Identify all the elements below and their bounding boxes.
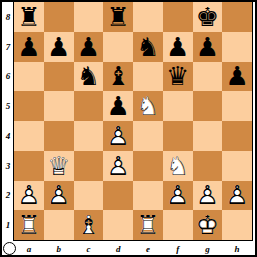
white-knight: ♞♘ <box>163 151 193 181</box>
square-b4[interactable] <box>44 121 74 151</box>
square-f5[interactable] <box>163 91 193 121</box>
file-label-f: f <box>163 242 193 256</box>
square-d8[interactable]: ♜ <box>103 2 133 32</box>
black-queen: ♛ <box>163 62 193 92</box>
square-g2[interactable]: ♟♙ <box>193 181 223 211</box>
square-b6[interactable] <box>44 62 74 92</box>
white-pawn: ♟♙ <box>103 151 133 181</box>
black-pawn: ♟ <box>44 32 74 62</box>
square-d4[interactable]: ♟♙ <box>103 121 133 151</box>
square-b2[interactable]: ♟♙ <box>44 181 74 211</box>
black-rook: ♜ <box>14 2 44 32</box>
square-g3[interactable] <box>193 151 223 181</box>
square-g1[interactable]: ♚♔ <box>193 210 223 240</box>
black-knight: ♞ <box>133 32 163 62</box>
square-h6[interactable]: ♟ <box>222 62 252 92</box>
square-h7[interactable] <box>222 32 252 62</box>
square-b7[interactable]: ♟ <box>44 32 74 62</box>
square-h2[interactable]: ♟♙ <box>222 181 252 211</box>
square-e8[interactable] <box>133 2 163 32</box>
square-g5[interactable] <box>193 91 223 121</box>
square-b8[interactable] <box>44 2 74 32</box>
square-d2[interactable] <box>103 181 133 211</box>
square-d1[interactable] <box>103 210 133 240</box>
square-b5[interactable] <box>44 91 74 121</box>
square-e5[interactable]: ♞♘ <box>133 91 163 121</box>
white-knight: ♞♘ <box>133 91 163 121</box>
square-a7[interactable]: ♟ <box>14 32 44 62</box>
square-f3[interactable]: ♞♘ <box>163 151 193 181</box>
file-labels: a b c d e f g h <box>14 242 252 256</box>
white-pawn: ♟♙ <box>193 181 223 211</box>
black-pawn: ♟ <box>222 62 252 92</box>
black-rook: ♜ <box>103 2 133 32</box>
square-a4[interactable] <box>14 121 44 151</box>
square-c2[interactable] <box>74 181 104 211</box>
square-h4[interactable] <box>222 121 252 151</box>
square-c8[interactable] <box>74 2 104 32</box>
white-pawn: ♟♙ <box>44 181 74 211</box>
square-c7[interactable]: ♟ <box>74 32 104 62</box>
square-e4[interactable] <box>133 121 163 151</box>
black-pawn: ♟ <box>103 91 133 121</box>
file-label-e: e <box>133 242 163 256</box>
square-b1[interactable] <box>44 210 74 240</box>
square-g8[interactable]: ♚ <box>193 2 223 32</box>
square-f7[interactable]: ♟ <box>163 32 193 62</box>
square-a2[interactable]: ♟♙ <box>14 181 44 211</box>
square-c4[interactable] <box>74 121 104 151</box>
black-pawn: ♟ <box>163 32 193 62</box>
square-c3[interactable] <box>74 151 104 181</box>
square-d7[interactable] <box>103 32 133 62</box>
square-h5[interactable] <box>222 91 252 121</box>
square-a1[interactable]: ♜♖ <box>14 210 44 240</box>
white-pawn: ♟♙ <box>103 121 133 151</box>
chess-board: ♜♜♚♟♟♟♞♟♟♞♝♛♟♟♞♘♟♙♛♕♟♙♞♘♟♙♟♙♟♙♟♙♟♙♜♖♝♗♜♖… <box>13 1 253 241</box>
square-h3[interactable] <box>222 151 252 181</box>
square-e7[interactable]: ♞ <box>133 32 163 62</box>
square-h8[interactable] <box>222 2 252 32</box>
square-g4[interactable] <box>193 121 223 151</box>
black-king: ♚ <box>193 2 223 32</box>
file-label-g: g <box>193 242 223 256</box>
white-rook: ♜♖ <box>14 210 44 240</box>
square-b3[interactable]: ♛♕ <box>44 151 74 181</box>
white-pawn: ♟♙ <box>222 181 252 211</box>
black-pawn: ♟ <box>74 32 104 62</box>
black-knight: ♞ <box>74 62 104 92</box>
square-g7[interactable]: ♟ <box>193 32 223 62</box>
square-e6[interactable] <box>133 62 163 92</box>
square-c5[interactable] <box>74 91 104 121</box>
white-king: ♚♔ <box>193 210 223 240</box>
square-a8[interactable]: ♜ <box>14 2 44 32</box>
square-f1[interactable] <box>163 210 193 240</box>
chess-diagram: 8 7 6 5 4 3 2 1 ♜♜♚♟♟♟♞♟♟♞♝♛♟♟♞♘♟♙♛♕♟♙♞♘… <box>0 0 257 257</box>
file-label-h: h <box>222 242 252 256</box>
square-d3[interactable]: ♟♙ <box>103 151 133 181</box>
black-pawn: ♟ <box>14 32 44 62</box>
square-d6[interactable]: ♝ <box>103 62 133 92</box>
white-queen: ♛♕ <box>44 151 74 181</box>
square-c6[interactable]: ♞ <box>74 62 104 92</box>
white-bishop: ♝♗ <box>74 210 104 240</box>
file-label-d: d <box>103 242 133 256</box>
square-e2[interactable] <box>133 181 163 211</box>
square-e3[interactable] <box>133 151 163 181</box>
white-to-move-indicator-icon <box>3 242 16 255</box>
white-rook: ♜♖ <box>133 210 163 240</box>
square-a5[interactable] <box>14 91 44 121</box>
square-a6[interactable] <box>14 62 44 92</box>
square-h1[interactable] <box>222 210 252 240</box>
square-a3[interactable] <box>14 151 44 181</box>
black-bishop: ♝ <box>103 62 133 92</box>
square-e1[interactable]: ♜♖ <box>133 210 163 240</box>
square-c1[interactable]: ♝♗ <box>74 210 104 240</box>
black-pawn: ♟ <box>193 32 223 62</box>
square-f6[interactable]: ♛ <box>163 62 193 92</box>
white-pawn: ♟♙ <box>14 181 44 211</box>
white-pawn: ♟♙ <box>163 181 193 211</box>
square-f8[interactable] <box>163 2 193 32</box>
square-g6[interactable] <box>193 62 223 92</box>
square-d5[interactable]: ♟ <box>103 91 133 121</box>
file-label-b: b <box>44 242 74 256</box>
file-label-c: c <box>74 242 104 256</box>
square-f4[interactable] <box>163 121 193 151</box>
file-label-a: a <box>14 242 44 256</box>
square-f2[interactable]: ♟♙ <box>163 181 193 211</box>
